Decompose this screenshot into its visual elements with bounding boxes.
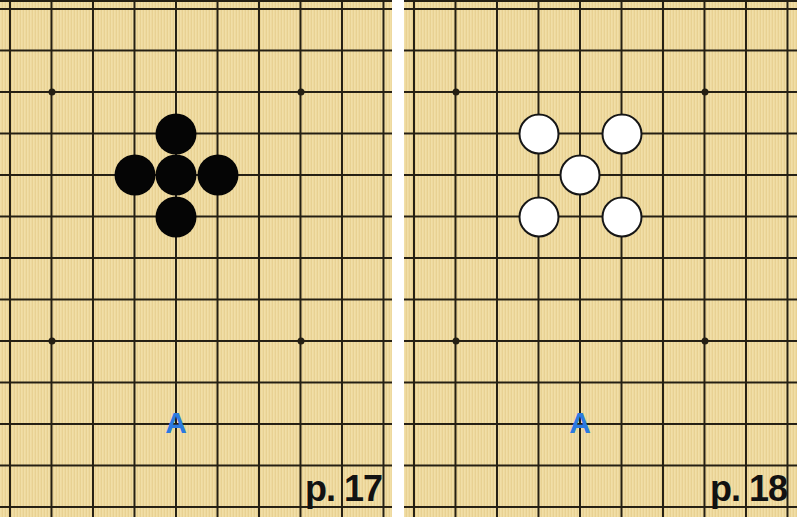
point-label-a: A [569, 408, 591, 438]
white-stone [601, 113, 642, 154]
star-point [452, 338, 459, 345]
star-point [48, 89, 55, 96]
page-reference-label: p. 18 [710, 471, 787, 507]
black-stone [156, 113, 197, 154]
star-point [701, 89, 708, 96]
point-label-a: A [165, 408, 187, 438]
star-point [48, 338, 55, 345]
page-reference-label: p. 17 [305, 471, 382, 507]
black-stone [156, 155, 197, 196]
star-point [452, 89, 459, 96]
white-stone [518, 113, 559, 154]
page: A p. 17 A p. 18 [0, 0, 797, 517]
black-stone [156, 196, 197, 237]
go-board-diagram-1: A p. 17 [0, 0, 392, 517]
black-stone [114, 155, 155, 196]
white-stone [601, 196, 642, 237]
white-stone [518, 196, 559, 237]
star-point [297, 338, 304, 345]
white-stone [560, 155, 601, 196]
star-point [701, 338, 708, 345]
star-point [297, 89, 304, 96]
black-stone [197, 155, 238, 196]
panel-divider [392, 0, 404, 517]
go-board-diagram-2: A p. 18 [404, 0, 797, 517]
